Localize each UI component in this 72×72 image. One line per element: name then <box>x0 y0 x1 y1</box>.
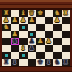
square-d3[interactable]: ♟ <box>28 45 37 52</box>
square-g7[interactable]: ♟ <box>53 17 62 24</box>
square-g6[interactable] <box>53 24 62 31</box>
square-h8[interactable]: ♜ <box>62 10 71 17</box>
board-frame-bottom <box>0 66 72 72</box>
black-knight: ♞ <box>11 38 20 45</box>
square-f7[interactable] <box>45 17 54 24</box>
square-c6[interactable] <box>19 24 28 31</box>
white-pawn: ♟ <box>19 17 28 24</box>
square-d7[interactable]: ♟ <box>28 17 37 24</box>
square-f8[interactable] <box>45 10 54 17</box>
square-d6[interactable] <box>28 24 37 31</box>
square-h3[interactable] <box>62 45 71 52</box>
square-h6[interactable] <box>62 24 71 31</box>
square-c2[interactable] <box>19 52 28 59</box>
square-c5[interactable] <box>19 31 28 38</box>
square-g1[interactable]: ♞ <box>53 59 62 66</box>
square-g3[interactable] <box>53 45 62 52</box>
square-e4[interactable]: ♟ <box>36 38 45 45</box>
square-e7[interactable] <box>36 17 45 24</box>
black-pawn: ♟ <box>28 45 37 52</box>
square-f3[interactable] <box>45 45 54 52</box>
black-bishop: ♝ <box>45 59 54 66</box>
chess-app-window: ♜♝♛♚♞♜♟♟♟♟♟♞♟♞♟♟♟♝♟♜♝♚♝♞♜ <box>0 0 72 72</box>
legal-move-hint[interactable] <box>22 54 25 57</box>
white-knight: ♞ <box>2 24 11 31</box>
white-pawn: ♟ <box>36 38 45 45</box>
black-knight: ♞ <box>53 59 62 66</box>
square-a5[interactable] <box>2 31 11 38</box>
black-bishop: ♝ <box>11 59 20 66</box>
square-a6[interactable]: ♞ <box>2 24 11 31</box>
square-f4[interactable]: ♟ <box>45 38 54 45</box>
square-b3[interactable] <box>11 45 20 52</box>
square-e3[interactable] <box>36 45 45 52</box>
square-g5[interactable] <box>53 31 62 38</box>
square-d2[interactable] <box>28 52 37 59</box>
white-rook: ♜ <box>62 10 71 17</box>
square-h5[interactable] <box>62 31 71 38</box>
white-pawn: ♟ <box>11 17 20 24</box>
board-frame-top <box>0 0 72 10</box>
black-rook: ♜ <box>62 59 71 66</box>
square-e1[interactable]: ♚ <box>36 59 45 66</box>
square-b1[interactable]: ♝ <box>11 59 20 66</box>
square-a3[interactable] <box>2 45 11 52</box>
square-f6[interactable] <box>45 24 54 31</box>
square-e8[interactable]: ♚ <box>36 10 45 17</box>
square-b4[interactable]: ♞ <box>11 38 20 45</box>
white-pawn: ♟ <box>45 38 54 45</box>
square-h4[interactable] <box>62 38 71 45</box>
square-c1[interactable] <box>19 59 28 66</box>
chess-board: ♜♝♛♚♞♜♟♟♟♟♟♞♟♞♟♟♟♝♟♜♝♚♝♞♜ <box>2 10 70 66</box>
square-h7[interactable] <box>62 17 71 24</box>
legal-move-hint[interactable] <box>5 54 8 57</box>
black-rook: ♜ <box>2 59 11 66</box>
square-g4[interactable] <box>53 38 62 45</box>
square-b7[interactable]: ♟ <box>11 17 20 24</box>
board-frame-right <box>70 10 72 66</box>
square-e6[interactable] <box>36 24 45 31</box>
legal-move-hint[interactable] <box>30 33 33 36</box>
white-pawn: ♟ <box>53 17 62 24</box>
square-d1[interactable] <box>28 59 37 66</box>
square-h1[interactable]: ♜ <box>62 59 71 66</box>
square-c3[interactable]: ♝ <box>19 45 28 52</box>
square-a4[interactable] <box>2 38 11 45</box>
square-f1[interactable]: ♝ <box>45 59 54 66</box>
black-king: ♚ <box>36 59 45 66</box>
white-bishop: ♝ <box>19 45 28 52</box>
legal-move-hint[interactable] <box>22 26 25 29</box>
square-a1[interactable]: ♜ <box>2 59 11 66</box>
square-c7[interactable]: ♟ <box>19 17 28 24</box>
white-pawn: ♟ <box>28 17 37 24</box>
white-king: ♚ <box>36 10 45 17</box>
